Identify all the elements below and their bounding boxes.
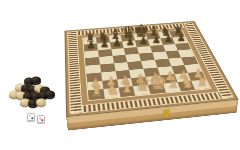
checker-black [45,91,55,98]
checker-black [31,77,41,84]
accessories-layer [0,0,240,150]
die-blue [27,113,35,121]
checker-light [36,99,46,106]
chess-set-photo: ♜♞♝♛♚♝♞♜♟♟♟♟♟♟♟♟♟♟♟♟♟♟♟♟♜♞♝♛♚♝♞♜ [0,0,240,150]
die-pip [29,115,30,116]
die-pip [42,120,43,121]
die-red [37,115,45,123]
die-pip [31,117,32,118]
